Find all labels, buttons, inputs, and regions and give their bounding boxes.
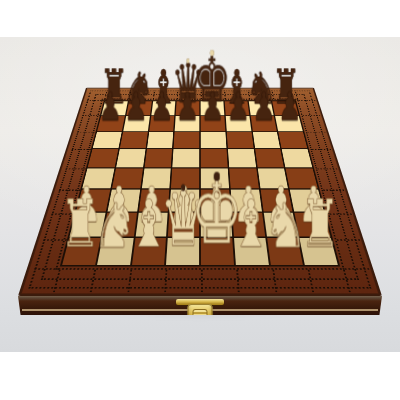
frame-tick xyxy=(307,131,326,132)
frame-tick xyxy=(34,268,59,270)
square-g5[interactable] xyxy=(255,149,284,167)
piece-black-pawn-h7[interactable]: ♟ xyxy=(278,87,302,126)
frame-tick xyxy=(236,270,240,292)
square-f7[interactable]: ♟ xyxy=(226,116,251,131)
square-h7[interactable]: ♟ xyxy=(275,116,302,131)
piece-black-pawn-f7[interactable]: ♟ xyxy=(226,87,250,126)
frame-tick xyxy=(65,168,85,169)
square-b6[interactable] xyxy=(120,132,148,148)
square-g1[interactable]: ♞ xyxy=(267,238,303,265)
square-a5[interactable] xyxy=(88,149,118,167)
frame-tick xyxy=(272,270,277,292)
square-g7[interactable]: ♟ xyxy=(250,116,276,131)
frame-tick xyxy=(307,270,314,292)
frame-tick xyxy=(317,168,337,169)
chess-box: ♜♞♝♛♚♝♞♜♟♟♟♟♟♟♟♟♟♟♟♟♟♟♟♟♜♞♝♛♚♝♞♜ xyxy=(18,88,382,296)
frame-tick xyxy=(201,270,203,292)
frame-tick xyxy=(77,131,96,132)
square-e7[interactable]: ♟ xyxy=(201,116,225,131)
perspective-scene: ♜♞♝♛♚♝♞♜♟♟♟♟♟♟♟♟♟♟♟♟♟♟♟♟♜♞♝♛♚♝♞♜ xyxy=(0,0,400,400)
square-a6[interactable] xyxy=(93,132,122,148)
piece-black-pawn-g7[interactable]: ♟ xyxy=(252,87,276,126)
frame-tick xyxy=(90,270,96,292)
brass-latch xyxy=(176,299,224,331)
latch-clasp xyxy=(188,304,213,329)
square-f6[interactable] xyxy=(227,132,254,148)
square-c7[interactable]: ♟ xyxy=(149,116,174,131)
frame-tick xyxy=(312,149,331,150)
frame-tick xyxy=(127,270,132,292)
square-d6[interactable] xyxy=(174,132,200,148)
square-h6[interactable] xyxy=(278,132,307,148)
photo-stage: ♜♞♝♛♚♝♞♜♟♟♟♟♟♟♟♟♟♟♟♟♟♟♟♟♜♞♝♛♚♝♞♜ xyxy=(0,0,400,400)
square-b1[interactable]: ♞ xyxy=(97,238,133,265)
frame-tick xyxy=(53,270,61,292)
frame-tick xyxy=(82,115,100,116)
square-e6[interactable] xyxy=(201,132,227,148)
square-h5[interactable] xyxy=(282,149,312,167)
frame-tick xyxy=(344,268,369,270)
finial-tip xyxy=(186,59,189,63)
piece-black-pawn-d7[interactable]: ♟ xyxy=(175,87,199,126)
piece-black-pawn-a7[interactable]: ♟ xyxy=(99,87,123,126)
piece-black-pawn-b7[interactable]: ♟ xyxy=(124,87,148,126)
square-g6[interactable] xyxy=(253,132,281,148)
square-c5[interactable] xyxy=(144,149,172,167)
square-h1[interactable]: ♜ xyxy=(300,238,338,265)
box-front-side xyxy=(18,296,382,315)
board-frame: ♜♞♝♛♚♝♞♜♟♟♟♟♟♟♟♟♟♟♟♟♟♟♟♟♜♞♝♛♚♝♞♜ xyxy=(18,88,382,296)
piece-white-rook-h1[interactable]: ♜ xyxy=(300,192,340,257)
frame-tick xyxy=(343,270,351,292)
square-d7[interactable]: ♟ xyxy=(175,116,199,131)
frame-tick xyxy=(303,115,321,116)
chess-board: ♜♞♝♛♚♝♞♜♟♟♟♟♟♟♟♟♟♟♟♟♟♟♟♟♜♞♝♛♚♝♞♜ xyxy=(60,100,340,266)
finial-tip xyxy=(214,172,219,180)
piece-black-pawn-c7[interactable]: ♟ xyxy=(150,87,174,126)
square-c6[interactable] xyxy=(147,132,174,148)
finial-tip xyxy=(210,50,214,56)
frame-tick xyxy=(164,270,167,292)
piece-black-pawn-e7[interactable]: ♟ xyxy=(201,87,225,126)
square-e1[interactable]: ♚ xyxy=(201,238,234,265)
square-a7[interactable]: ♟ xyxy=(97,116,124,131)
square-b5[interactable] xyxy=(116,149,145,167)
finial-tip xyxy=(181,184,185,190)
frame-tick xyxy=(336,239,360,240)
square-b7[interactable]: ♟ xyxy=(123,116,149,131)
frame-tick xyxy=(72,149,91,150)
